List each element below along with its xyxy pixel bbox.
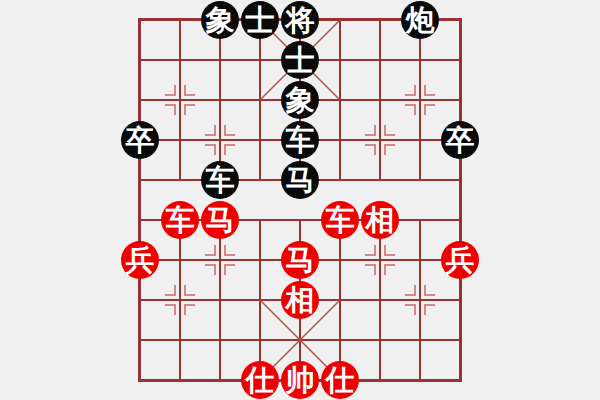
red-elephant-piece[interactable]: 相 [281,281,319,319]
red-horse-piece[interactable]: 马 [281,241,319,279]
red-advisor-piece[interactable]: 仕 [241,361,279,399]
black-chariot-piece[interactable]: 车 [201,161,239,199]
black-advisor-piece[interactable]: 士 [281,41,319,79]
red-chariot-piece[interactable]: 车 [161,201,199,239]
piece-layer: 象士将炮士象卒车卒车马车马车相兵马兵相仕帅仕 [120,0,480,400]
black-elephant-piece[interactable]: 象 [201,1,239,39]
black-general-piece[interactable]: 将 [281,1,319,39]
red-soldier-piece[interactable]: 兵 [441,241,479,279]
red-horse-piece[interactable]: 马 [201,201,239,239]
red-general-piece[interactable]: 帅 [281,361,319,399]
red-soldier-piece[interactable]: 兵 [121,241,159,279]
black-cannon-piece[interactable]: 炮 [401,1,439,39]
xiangqi-board: 象士将炮士象卒车卒车马车马车相兵马兵相仕帅仕 [0,0,600,400]
black-chariot-piece[interactable]: 车 [281,121,319,159]
black-elephant-piece[interactable]: 象 [281,81,319,119]
black-soldier-piece[interactable]: 卒 [121,121,159,159]
red-advisor-piece[interactable]: 仕 [321,361,359,399]
red-chariot-piece[interactable]: 车 [321,201,359,239]
red-elephant-piece[interactable]: 相 [361,201,399,239]
black-soldier-piece[interactable]: 卒 [441,121,479,159]
black-horse-piece[interactable]: 马 [281,161,319,199]
black-advisor-piece[interactable]: 士 [241,1,279,39]
